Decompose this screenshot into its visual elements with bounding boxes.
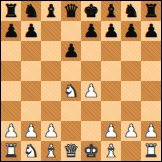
square-c2[interactable]: ♟: [41, 121, 61, 141]
black-king[interactable]: ♚: [83, 1, 99, 21]
square-d5[interactable]: [61, 61, 81, 81]
square-d4[interactable]: ♞: [61, 81, 81, 101]
square-c8[interactable]: ♝: [41, 1, 61, 21]
black-knight[interactable]: ♞: [123, 1, 139, 21]
square-e7[interactable]: ♟: [81, 21, 101, 41]
square-e6[interactable]: [81, 41, 101, 61]
square-b7[interactable]: ♟: [21, 21, 41, 41]
white-knight[interactable]: ♞: [63, 81, 79, 101]
square-h7[interactable]: ♟: [141, 21, 161, 41]
square-g4[interactable]: [121, 81, 141, 101]
square-h1[interactable]: ♜: [141, 141, 161, 161]
square-h2[interactable]: ♟: [141, 121, 161, 141]
square-h3[interactable]: [141, 101, 161, 121]
black-pawn[interactable]: ♟: [63, 41, 79, 61]
square-b6[interactable]: [21, 41, 41, 61]
square-e5[interactable]: [81, 61, 101, 81]
black-rook[interactable]: ♜: [143, 1, 159, 21]
square-g6[interactable]: [121, 41, 141, 61]
white-bishop[interactable]: ♝: [43, 141, 59, 161]
square-d7[interactable]: [61, 21, 81, 41]
square-g5[interactable]: [121, 61, 141, 81]
square-g7[interactable]: ♟: [121, 21, 141, 41]
black-bishop[interactable]: ♝: [103, 1, 119, 21]
black-pawn[interactable]: ♟: [143, 21, 159, 41]
black-pawn[interactable]: ♟: [23, 21, 39, 41]
black-pawn[interactable]: ♟: [83, 21, 99, 41]
black-bishop[interactable]: ♝: [43, 1, 59, 21]
black-rook[interactable]: ♜: [3, 1, 19, 21]
square-e8[interactable]: ♚: [81, 1, 101, 21]
white-pawn[interactable]: ♟: [3, 121, 19, 141]
square-c7[interactable]: [41, 21, 61, 41]
white-pawn[interactable]: ♟: [23, 121, 39, 141]
square-a6[interactable]: [1, 41, 21, 61]
square-f3[interactable]: [101, 101, 121, 121]
white-queen[interactable]: ♛: [63, 141, 79, 161]
square-a4[interactable]: [1, 81, 21, 101]
square-g8[interactable]: ♞: [121, 1, 141, 21]
square-b4[interactable]: [21, 81, 41, 101]
square-e4[interactable]: ♟: [81, 81, 101, 101]
square-f8[interactable]: ♝: [101, 1, 121, 21]
square-g3[interactable]: [121, 101, 141, 121]
square-c6[interactable]: [41, 41, 61, 61]
square-a7[interactable]: ♟: [1, 21, 21, 41]
white-pawn[interactable]: ♟: [83, 81, 99, 101]
square-g1[interactable]: [121, 141, 141, 161]
chess-board: ♜♞♝♛♚♝♞♜♟♟♟♟♟♟♟♞♟♟♟♟♟♟♟♜♞♝♛♚♝♜: [0, 0, 162, 162]
square-e3[interactable]: [81, 101, 101, 121]
square-b8[interactable]: ♞: [21, 1, 41, 21]
square-h8[interactable]: ♜: [141, 1, 161, 21]
black-pawn[interactable]: ♟: [103, 21, 119, 41]
white-rook[interactable]: ♜: [143, 141, 159, 161]
square-b5[interactable]: [21, 61, 41, 81]
square-f6[interactable]: [101, 41, 121, 61]
white-pawn[interactable]: ♟: [103, 121, 119, 141]
square-e2[interactable]: [81, 121, 101, 141]
square-a8[interactable]: ♜: [1, 1, 21, 21]
square-c4[interactable]: [41, 81, 61, 101]
square-d6[interactable]: ♟: [61, 41, 81, 61]
white-king[interactable]: ♚: [83, 141, 99, 161]
black-pawn[interactable]: ♟: [3, 21, 19, 41]
white-bishop[interactable]: ♝: [103, 141, 119, 161]
square-b1[interactable]: ♞: [21, 141, 41, 161]
square-f7[interactable]: ♟: [101, 21, 121, 41]
white-pawn[interactable]: ♟: [43, 121, 59, 141]
square-c3[interactable]: [41, 101, 61, 121]
square-a1[interactable]: ♜: [1, 141, 21, 161]
white-pawn[interactable]: ♟: [143, 121, 159, 141]
square-c1[interactable]: ♝: [41, 141, 61, 161]
square-b2[interactable]: ♟: [21, 121, 41, 141]
white-rook[interactable]: ♜: [3, 141, 19, 161]
square-h4[interactable]: [141, 81, 161, 101]
square-d3[interactable]: [61, 101, 81, 121]
square-f4[interactable]: [101, 81, 121, 101]
square-a5[interactable]: [1, 61, 21, 81]
square-b3[interactable]: [21, 101, 41, 121]
square-f2[interactable]: ♟: [101, 121, 121, 141]
square-d8[interactable]: ♛: [61, 1, 81, 21]
square-h6[interactable]: [141, 41, 161, 61]
square-g2[interactable]: ♟: [121, 121, 141, 141]
square-f1[interactable]: ♝: [101, 141, 121, 161]
square-e1[interactable]: ♚: [81, 141, 101, 161]
square-d2[interactable]: [61, 121, 81, 141]
square-h5[interactable]: [141, 61, 161, 81]
white-knight[interactable]: ♞: [23, 141, 39, 161]
black-pawn[interactable]: ♟: [123, 21, 139, 41]
black-knight[interactable]: ♞: [23, 1, 39, 21]
white-pawn[interactable]: ♟: [123, 121, 139, 141]
square-c5[interactable]: [41, 61, 61, 81]
square-f5[interactable]: [101, 61, 121, 81]
black-queen[interactable]: ♛: [63, 1, 79, 21]
square-a2[interactable]: ♟: [1, 121, 21, 141]
square-a3[interactable]: [1, 101, 21, 121]
square-d1[interactable]: ♛: [61, 141, 81, 161]
